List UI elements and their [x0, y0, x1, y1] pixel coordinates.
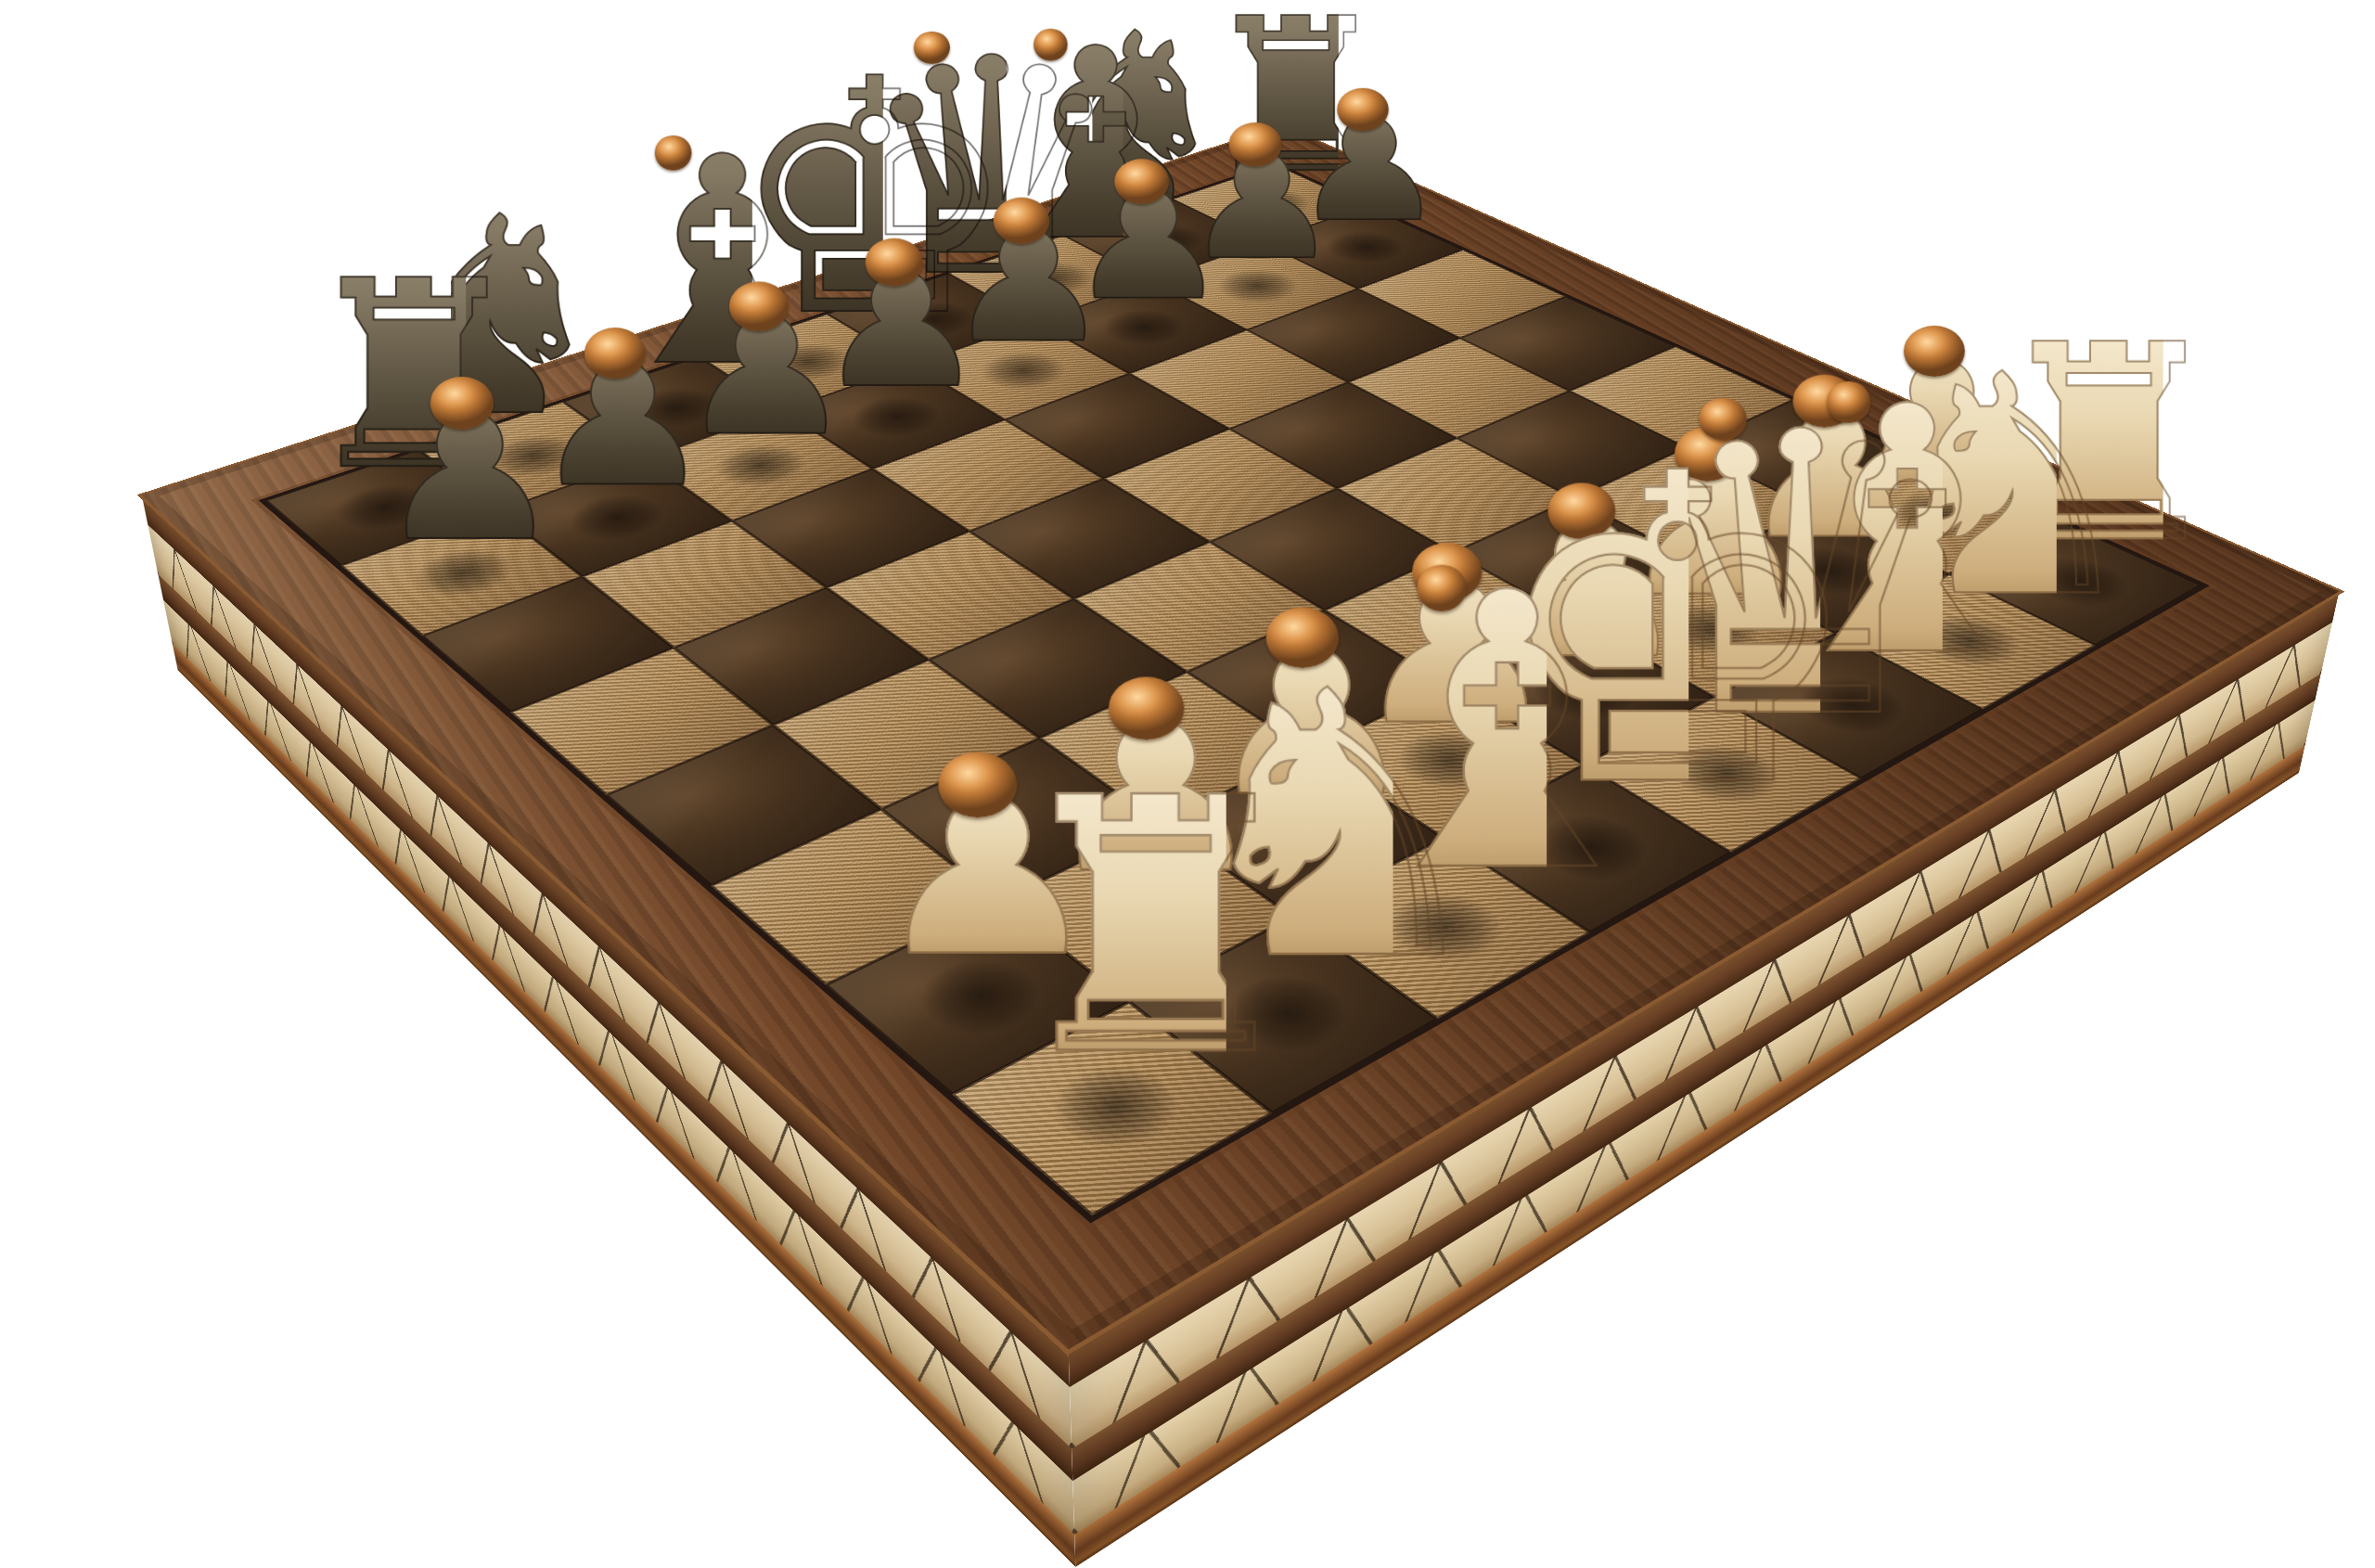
copper-dome-icon [654, 135, 691, 170]
copper-dome-icon [865, 238, 923, 287]
piece-white-rook[interactable]: ♜ [997, 752, 1226, 1103]
piece-black-pawn[interactable]: ♟ [374, 359, 548, 572]
piece-glyph: ♜ [997, 752, 1226, 1103]
copper-dome-icon [1228, 122, 1281, 167]
copper-dome-icon [1113, 159, 1168, 204]
chess-set-scene: ♜♞♝♚♛♝♞♜♟♟♟♟♟♟♟♟♟♟♟♟♟♟♟♟♜♞♝♚♛♝♞♜ [0, 0, 2375, 1568]
chess-board: ♜♞♝♚♛♝♞♜♟♟♟♟♟♟♟♟♟♟♟♟♟♟♟♟♜♞♝♚♛♝♞♜ [266, 164, 2202, 1215]
copper-dome-icon [728, 282, 788, 332]
copper-dome-icon [430, 377, 494, 430]
copper-dome-icon [1416, 565, 1465, 610]
chess-board-box: ♜♞♝♚♛♝♞♜♟♟♟♟♟♟♟♟♟♟♟♟♟♟♟♟♜♞♝♚♛♝♞♜ [137, 124, 2345, 1355]
copper-dome-icon [584, 328, 645, 379]
copper-dome-icon [1337, 88, 1389, 132]
copper-dome-icon [993, 198, 1049, 245]
